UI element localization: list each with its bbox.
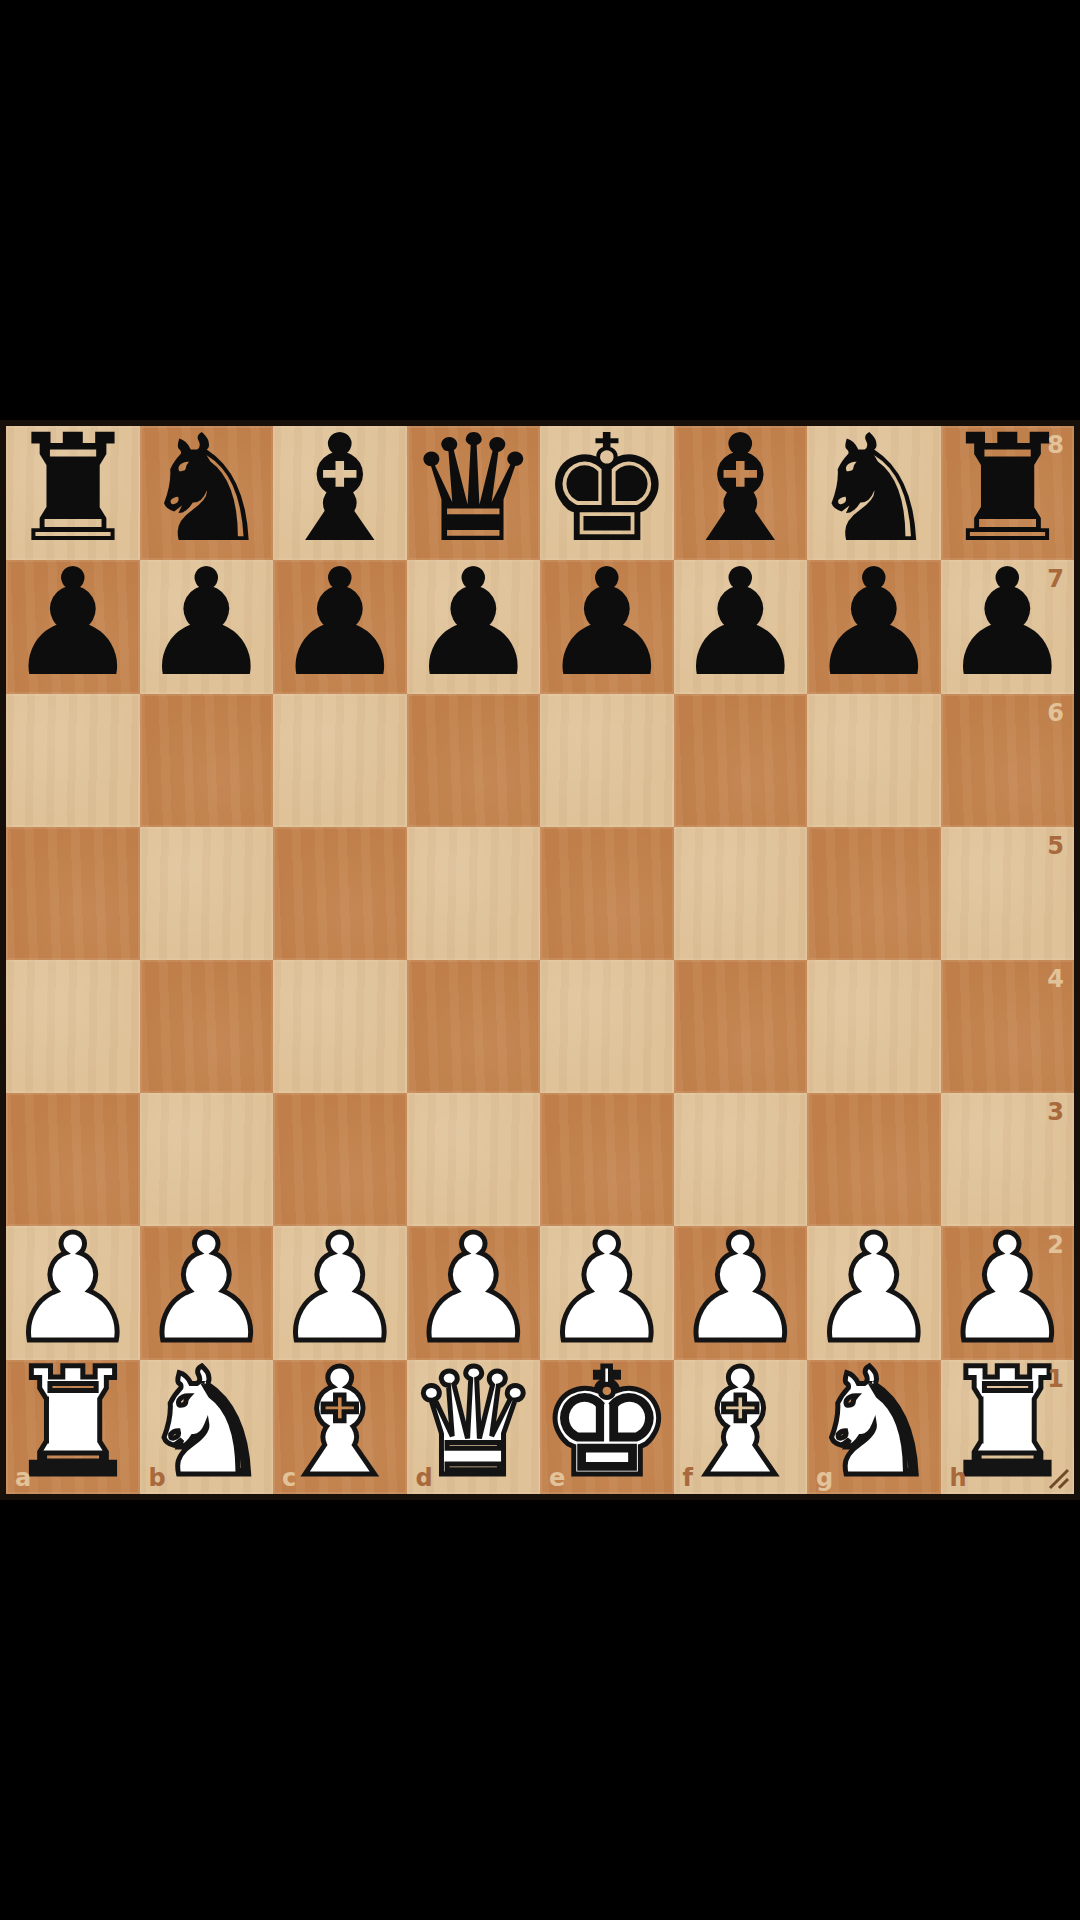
file-label-a: a (15, 1466, 31, 1490)
chess-board[interactable]: ♜♞♝♛♚♝♞♜8♟♟♟♟♟♟♟♟76543♟♟♟♟♟♟♟♟2♜a♞b♝c♛d♚… (0, 420, 1080, 1500)
piece-black-knight-b8[interactable]: ♞ (140, 422, 273, 556)
bottom-letterbox (0, 1500, 1080, 1920)
piece-white-bishop-f1[interactable]: ♝ (674, 1356, 807, 1490)
piece-black-bishop-f8[interactable]: ♝ (674, 422, 807, 556)
square-g5[interactable] (807, 827, 941, 960)
square-b6[interactable] (140, 694, 274, 827)
square-a4[interactable] (6, 960, 140, 1093)
square-f1[interactable]: ♝f (674, 1360, 808, 1494)
square-g1[interactable]: ♞g (807, 1360, 941, 1494)
square-c7[interactable]: ♟ (273, 560, 407, 694)
square-h1[interactable]: ♜1h (941, 1360, 1075, 1494)
rank-label-2: 2 (1047, 1233, 1064, 1257)
piece-black-knight-g8[interactable]: ♞ (807, 422, 940, 556)
square-c4[interactable] (273, 960, 407, 1093)
rank-label-3: 3 (1047, 1100, 1064, 1124)
piece-white-pawn-d2[interactable]: ♟ (407, 1222, 540, 1356)
square-d5[interactable] (407, 827, 541, 960)
file-label-b: b (149, 1466, 166, 1490)
square-h4[interactable]: 4 (941, 960, 1075, 1093)
square-d7[interactable]: ♟ (407, 560, 541, 694)
square-a6[interactable] (6, 694, 140, 827)
square-d1[interactable]: ♛d (407, 1360, 541, 1494)
square-d6[interactable] (407, 694, 541, 827)
top-letterbox (0, 0, 1080, 420)
square-b1[interactable]: ♞b (140, 1360, 274, 1494)
piece-white-pawn-c2[interactable]: ♟ (273, 1222, 406, 1356)
piece-black-rook-a8[interactable]: ♜ (6, 422, 139, 556)
square-g4[interactable] (807, 960, 941, 1093)
piece-black-king-e8[interactable]: ♚ (540, 422, 673, 556)
rank-label-1: 1 (1047, 1367, 1064, 1391)
file-label-c: c (282, 1466, 296, 1490)
square-e1[interactable]: ♚e (540, 1360, 674, 1494)
rank-label-5: 5 (1047, 834, 1064, 858)
piece-white-pawn-f2[interactable]: ♟ (674, 1222, 807, 1356)
file-label-f: f (683, 1466, 693, 1490)
piece-black-pawn-g7[interactable]: ♟ (807, 556, 940, 690)
piece-black-pawn-a7[interactable]: ♟ (6, 556, 139, 690)
square-c6[interactable] (273, 694, 407, 827)
square-a7[interactable]: ♟ (6, 560, 140, 694)
square-h7[interactable]: ♟7 (941, 560, 1075, 694)
rank-label-4: 4 (1047, 967, 1064, 991)
square-f4[interactable] (674, 960, 808, 1093)
square-c5[interactable] (273, 827, 407, 960)
board-resize-handle-icon[interactable] (1043, 1463, 1071, 1491)
square-h5[interactable]: 5 (941, 827, 1075, 960)
file-label-h: h (950, 1466, 967, 1490)
square-e6[interactable] (540, 694, 674, 827)
file-label-e: e (549, 1466, 565, 1490)
piece-white-pawn-g2[interactable]: ♟ (807, 1222, 940, 1356)
square-g6[interactable] (807, 694, 941, 827)
square-b4[interactable] (140, 960, 274, 1093)
piece-black-queen-d8[interactable]: ♛ (407, 422, 540, 556)
square-b5[interactable] (140, 827, 274, 960)
square-a1[interactable]: ♜a (6, 1360, 140, 1494)
square-d4[interactable] (407, 960, 541, 1093)
piece-black-pawn-f7[interactable]: ♟ (674, 556, 807, 690)
rank-label-8: 8 (1047, 433, 1064, 457)
piece-black-bishop-c8[interactable]: ♝ (273, 422, 406, 556)
square-c1[interactable]: ♝c (273, 1360, 407, 1494)
rank-label-6: 6 (1047, 701, 1064, 725)
piece-black-pawn-e7[interactable]: ♟ (540, 556, 673, 690)
square-g7[interactable]: ♟ (807, 560, 941, 694)
square-h6[interactable]: 6 (941, 694, 1075, 827)
square-e7[interactable]: ♟ (540, 560, 674, 694)
square-f5[interactable] (674, 827, 808, 960)
square-e4[interactable] (540, 960, 674, 1093)
file-label-d: d (416, 1466, 433, 1490)
rank-label-7: 7 (1047, 567, 1064, 591)
piece-black-pawn-b7[interactable]: ♟ (140, 556, 273, 690)
piece-white-pawn-e2[interactable]: ♟ (540, 1222, 673, 1356)
square-e5[interactable] (540, 827, 674, 960)
square-b7[interactable]: ♟ (140, 560, 274, 694)
piece-black-pawn-c7[interactable]: ♟ (273, 556, 406, 690)
square-a5[interactable] (6, 827, 140, 960)
piece-white-pawn-a2[interactable]: ♟ (6, 1222, 139, 1356)
piece-white-pawn-b2[interactable]: ♟ (140, 1222, 273, 1356)
square-f7[interactable]: ♟ (674, 560, 808, 694)
square-f6[interactable] (674, 694, 808, 827)
piece-black-pawn-d7[interactable]: ♟ (407, 556, 540, 690)
file-label-g: g (816, 1466, 833, 1490)
